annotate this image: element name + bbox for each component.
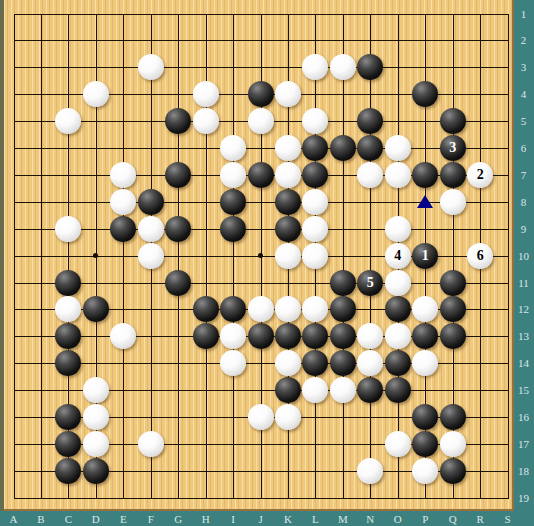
stone-black-P10[interactable]: 1: [412, 243, 438, 269]
move-number-4: 4: [394, 249, 401, 263]
row-label-14: 14: [518, 357, 529, 369]
stone-black-E9[interactable]: [110, 216, 136, 242]
grid-vline: [508, 14, 509, 499]
col-label-J: J: [258, 513, 262, 525]
stone-black-G9[interactable]: [165, 216, 191, 242]
stone-white-J12[interactable]: [248, 296, 274, 322]
stone-black-M12[interactable]: [330, 296, 356, 322]
stone-black-I9[interactable]: [220, 216, 246, 242]
stone-white-N7[interactable]: [357, 162, 383, 188]
stone-black-K9[interactable]: [275, 216, 301, 242]
move-number-2: 2: [477, 168, 484, 182]
stone-white-F3[interactable]: [138, 54, 164, 80]
row-label-5: 5: [521, 115, 527, 127]
stone-black-Q5[interactable]: [440, 108, 466, 134]
stone-black-M13[interactable]: [330, 323, 356, 349]
stone-black-K13[interactable]: [275, 323, 301, 349]
stone-black-Q11[interactable]: [440, 270, 466, 296]
stone-white-O10[interactable]: 4: [385, 243, 411, 269]
col-label-C: C: [65, 513, 72, 525]
row-label-3: 3: [521, 61, 527, 73]
col-label-F: F: [148, 513, 154, 525]
row-label-18: 18: [518, 465, 529, 477]
star-point: [93, 253, 98, 258]
stone-white-N18[interactable]: [357, 458, 383, 484]
stone-black-C16[interactable]: [55, 404, 81, 430]
stone-white-P12[interactable]: [412, 296, 438, 322]
stone-black-D12[interactable]: [83, 296, 109, 322]
stone-white-P18[interactable]: [412, 458, 438, 484]
stone-white-K4[interactable]: [275, 81, 301, 107]
stone-white-O11[interactable]: [385, 270, 411, 296]
stone-white-K12[interactable]: [275, 296, 301, 322]
row-label-15: 15: [518, 384, 529, 396]
row-label-12: 12: [518, 303, 529, 315]
board-overlay: ABCDEFGHIJKLMNOPQRS123456789101112131415…: [0, 0, 534, 526]
stone-white-P14[interactable]: [412, 350, 438, 376]
stone-white-L3[interactable]: [302, 54, 328, 80]
stone-white-L12[interactable]: [302, 296, 328, 322]
stone-black-L7[interactable]: [302, 162, 328, 188]
stone-black-O12[interactable]: [385, 296, 411, 322]
col-label-S: S: [505, 513, 511, 525]
stone-white-R7[interactable]: 2: [467, 162, 493, 188]
move-number-1: 1: [422, 249, 429, 263]
triangle-marker: [417, 195, 433, 208]
grid-hline: [14, 498, 509, 499]
stone-black-J4[interactable]: [248, 81, 274, 107]
stone-white-D4[interactable]: [83, 81, 109, 107]
stone-white-D15[interactable]: [83, 377, 109, 403]
row-label-7: 7: [521, 169, 527, 181]
stone-white-E7[interactable]: [110, 162, 136, 188]
col-label-R: R: [476, 513, 483, 525]
stone-white-K10[interactable]: [275, 243, 301, 269]
stone-black-G7[interactable]: [165, 162, 191, 188]
stone-black-M6[interactable]: [330, 135, 356, 161]
row-label-1: 1: [521, 8, 527, 20]
star-point: [258, 253, 263, 258]
stone-black-C18[interactable]: [55, 458, 81, 484]
stone-black-L13[interactable]: [302, 323, 328, 349]
go-app-window: ABCDEFGHIJKLMNOPQRS123456789101112131415…: [0, 0, 534, 526]
stone-black-G11[interactable]: [165, 270, 191, 296]
stone-white-O9[interactable]: [385, 216, 411, 242]
stone-white-C12[interactable]: [55, 296, 81, 322]
stone-black-Q6[interactable]: 3: [440, 135, 466, 161]
stone-white-L9[interactable]: [302, 216, 328, 242]
row-label-2: 2: [521, 34, 527, 46]
row-label-6: 6: [521, 142, 527, 154]
col-label-D: D: [92, 513, 100, 525]
col-label-E: E: [120, 513, 127, 525]
row-label-9: 9: [521, 223, 527, 235]
stone-white-Q8[interactable]: [440, 189, 466, 215]
stone-white-K16[interactable]: [275, 404, 301, 430]
col-label-K: K: [284, 513, 292, 525]
stone-white-I14[interactable]: [220, 350, 246, 376]
stone-white-L5[interactable]: [302, 108, 328, 134]
row-label-16: 16: [518, 411, 529, 423]
stone-black-N11[interactable]: 5: [357, 270, 383, 296]
stone-white-J16[interactable]: [248, 404, 274, 430]
col-label-M: M: [338, 513, 348, 525]
stone-black-H12[interactable]: [193, 296, 219, 322]
row-label-11: 11: [518, 277, 529, 289]
col-label-A: A: [10, 513, 18, 525]
stone-white-R10[interactable]: 6: [467, 243, 493, 269]
stone-white-F17[interactable]: [138, 431, 164, 457]
col-label-G: G: [174, 513, 182, 525]
row-label-17: 17: [518, 438, 529, 450]
col-label-N: N: [366, 513, 374, 525]
stone-white-F9[interactable]: [138, 216, 164, 242]
stone-black-N6[interactable]: [357, 135, 383, 161]
grid-vline: [370, 14, 371, 499]
stone-white-K6[interactable]: [275, 135, 301, 161]
stone-white-F10[interactable]: [138, 243, 164, 269]
row-label-4: 4: [521, 88, 527, 100]
stone-black-Q18[interactable]: [440, 458, 466, 484]
stone-white-K14[interactable]: [275, 350, 301, 376]
stone-white-L15[interactable]: [302, 377, 328, 403]
stone-white-M3[interactable]: [330, 54, 356, 80]
stone-black-P17[interactable]: [412, 431, 438, 457]
stone-white-N14[interactable]: [357, 350, 383, 376]
stone-black-P13[interactable]: [412, 323, 438, 349]
stone-white-D16[interactable]: [83, 404, 109, 430]
col-label-I: I: [231, 513, 235, 525]
stone-white-I13[interactable]: [220, 323, 246, 349]
move-number-3: 3: [449, 141, 456, 155]
stone-black-C14[interactable]: [55, 350, 81, 376]
col-label-B: B: [37, 513, 44, 525]
stone-white-Q17[interactable]: [440, 431, 466, 457]
stone-black-G5[interactable]: [165, 108, 191, 134]
stone-black-O14[interactable]: [385, 350, 411, 376]
stone-black-P4[interactable]: [412, 81, 438, 107]
stone-black-H13[interactable]: [193, 323, 219, 349]
col-label-Q: Q: [449, 513, 457, 525]
stone-white-O6[interactable]: [385, 135, 411, 161]
stone-black-P16[interactable]: [412, 404, 438, 430]
stone-white-D17[interactable]: [83, 431, 109, 457]
stone-white-H4[interactable]: [193, 81, 219, 107]
stone-white-K7[interactable]: [275, 162, 301, 188]
stone-black-L6[interactable]: [302, 135, 328, 161]
stone-black-K15[interactable]: [275, 377, 301, 403]
stone-white-H5[interactable]: [193, 108, 219, 134]
stone-white-M15[interactable]: [330, 377, 356, 403]
stone-black-L14[interactable]: [302, 350, 328, 376]
stone-black-N5[interactable]: [357, 108, 383, 134]
stone-white-I6[interactable]: [220, 135, 246, 161]
stone-white-O17[interactable]: [385, 431, 411, 457]
stone-white-O13[interactable]: [385, 323, 411, 349]
grid-hline: [14, 283, 509, 284]
stone-white-N13[interactable]: [357, 323, 383, 349]
stone-black-M11[interactable]: [330, 270, 356, 296]
stone-black-K8[interactable]: [275, 189, 301, 215]
stone-black-C17[interactable]: [55, 431, 81, 457]
col-label-L: L: [312, 513, 319, 525]
col-label-P: P: [422, 513, 428, 525]
grid-vline: [343, 14, 344, 499]
stone-white-C5[interactable]: [55, 108, 81, 134]
stone-white-L10[interactable]: [302, 243, 328, 269]
stone-black-N15[interactable]: [357, 377, 383, 403]
stone-white-L8[interactable]: [302, 189, 328, 215]
stone-black-F8[interactable]: [138, 189, 164, 215]
move-number-5: 5: [367, 276, 374, 290]
stone-black-C11[interactable]: [55, 270, 81, 296]
stone-black-M14[interactable]: [330, 350, 356, 376]
stone-black-Q7[interactable]: [440, 162, 466, 188]
stone-black-P7[interactable]: [412, 162, 438, 188]
row-label-13: 13: [518, 330, 529, 342]
stone-white-J5[interactable]: [248, 108, 274, 134]
stone-black-C13[interactable]: [55, 323, 81, 349]
row-label-8: 8: [521, 196, 527, 208]
stone-white-E8[interactable]: [110, 189, 136, 215]
stone-white-E13[interactable]: [110, 323, 136, 349]
stone-black-Q13[interactable]: [440, 323, 466, 349]
row-label-10: 10: [518, 250, 529, 262]
stone-black-I8[interactable]: [220, 189, 246, 215]
stone-black-D18[interactable]: [83, 458, 109, 484]
stone-white-O7[interactable]: [385, 162, 411, 188]
stone-black-O15[interactable]: [385, 377, 411, 403]
col-label-H: H: [202, 513, 210, 525]
stone-black-Q16[interactable]: [440, 404, 466, 430]
col-label-O: O: [394, 513, 402, 525]
stone-black-N3[interactable]: [357, 54, 383, 80]
stone-black-J7[interactable]: [248, 162, 274, 188]
stone-black-J13[interactable]: [248, 323, 274, 349]
row-label-19: 19: [518, 492, 529, 504]
stone-black-Q12[interactable]: [440, 296, 466, 322]
stone-white-I7[interactable]: [220, 162, 246, 188]
move-number-6: 6: [477, 249, 484, 263]
stone-black-I12[interactable]: [220, 296, 246, 322]
stone-white-C9[interactable]: [55, 216, 81, 242]
